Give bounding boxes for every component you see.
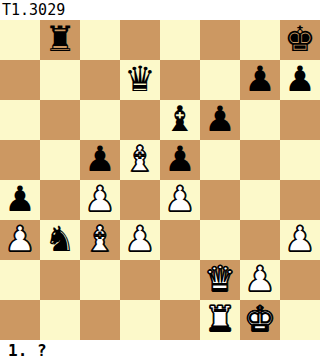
square-e4[interactable]: ♟: [160, 180, 200, 220]
square-f2[interactable]: ♛: [200, 260, 240, 300]
square-e3[interactable]: [160, 220, 200, 260]
square-d8[interactable]: [120, 20, 160, 60]
square-a7[interactable]: [0, 60, 40, 100]
square-g4[interactable]: [240, 180, 280, 220]
black-knight: ♞: [44, 219, 75, 259]
square-b7[interactable]: [40, 60, 80, 100]
move-prompt: 1. ?: [0, 340, 320, 360]
square-a8[interactable]: [0, 20, 40, 60]
black-queen: ♛: [124, 59, 155, 99]
square-a4[interactable]: ♟: [0, 180, 40, 220]
square-h8[interactable]: ♚: [280, 20, 320, 60]
square-b4[interactable]: [40, 180, 80, 220]
square-e7[interactable]: [160, 60, 200, 100]
square-f3[interactable]: [200, 220, 240, 260]
square-f1[interactable]: ♜: [200, 300, 240, 340]
square-e2[interactable]: [160, 260, 200, 300]
black-bishop: ♝: [164, 99, 195, 139]
square-d2[interactable]: [120, 260, 160, 300]
white-pawn: ♟: [284, 219, 315, 259]
puzzle-page: T1.3029 ♜♚♛♟♟♝♟♟♝♟♟♟♟♟♞♝♟♟♛♟♜♚ 1. ?: [0, 0, 320, 360]
square-h6[interactable]: [280, 100, 320, 140]
square-g7[interactable]: ♟: [240, 60, 280, 100]
square-c6[interactable]: [80, 100, 120, 140]
square-c1[interactable]: [80, 300, 120, 340]
square-d3[interactable]: ♟: [120, 220, 160, 260]
white-pawn: ♟: [124, 219, 155, 259]
square-g6[interactable]: [240, 100, 280, 140]
square-e8[interactable]: [160, 20, 200, 60]
square-h5[interactable]: [280, 140, 320, 180]
square-f8[interactable]: [200, 20, 240, 60]
square-c8[interactable]: [80, 20, 120, 60]
square-d7[interactable]: ♛: [120, 60, 160, 100]
square-f4[interactable]: [200, 180, 240, 220]
square-d1[interactable]: [120, 300, 160, 340]
square-h2[interactable]: [280, 260, 320, 300]
square-b2[interactable]: [40, 260, 80, 300]
square-h1[interactable]: [280, 300, 320, 340]
square-f6[interactable]: ♟: [200, 100, 240, 140]
black-pawn: ♟: [204, 99, 235, 139]
black-pawn: ♟: [284, 59, 315, 99]
white-rook: ♜: [204, 299, 235, 339]
square-f7[interactable]: [200, 60, 240, 100]
square-c5[interactable]: ♟: [80, 140, 120, 180]
puzzle-id: T1.3029: [0, 0, 320, 20]
square-g1[interactable]: ♚: [240, 300, 280, 340]
square-g5[interactable]: [240, 140, 280, 180]
black-pawn: ♟: [84, 139, 115, 179]
square-e1[interactable]: [160, 300, 200, 340]
square-b3[interactable]: ♞: [40, 220, 80, 260]
square-h3[interactable]: ♟: [280, 220, 320, 260]
square-b6[interactable]: [40, 100, 80, 140]
square-c7[interactable]: [80, 60, 120, 100]
black-pawn: ♟: [244, 59, 275, 99]
square-a2[interactable]: [0, 260, 40, 300]
square-c2[interactable]: [80, 260, 120, 300]
white-bishop: ♝: [84, 219, 115, 259]
square-e6[interactable]: ♝: [160, 100, 200, 140]
square-c4[interactable]: ♟: [80, 180, 120, 220]
square-a6[interactable]: [0, 100, 40, 140]
square-d6[interactable]: [120, 100, 160, 140]
square-d5[interactable]: ♝: [120, 140, 160, 180]
black-pawn: ♟: [4, 179, 35, 219]
square-g3[interactable]: [240, 220, 280, 260]
square-h7[interactable]: ♟: [280, 60, 320, 100]
black-pawn: ♟: [164, 139, 195, 179]
square-a5[interactable]: [0, 140, 40, 180]
square-a3[interactable]: ♟: [0, 220, 40, 260]
square-c3[interactable]: ♝: [80, 220, 120, 260]
black-king: ♚: [284, 19, 315, 59]
square-e5[interactable]: ♟: [160, 140, 200, 180]
white-queen: ♛: [204, 259, 235, 299]
square-h4[interactable]: [280, 180, 320, 220]
white-king: ♚: [244, 299, 275, 339]
white-pawn: ♟: [164, 179, 195, 219]
white-pawn: ♟: [84, 179, 115, 219]
white-bishop: ♝: [124, 139, 155, 179]
square-d4[interactable]: [120, 180, 160, 220]
square-g2[interactable]: ♟: [240, 260, 280, 300]
square-b5[interactable]: [40, 140, 80, 180]
square-a1[interactable]: [0, 300, 40, 340]
white-pawn: ♟: [244, 259, 275, 299]
square-b8[interactable]: ♜: [40, 20, 80, 60]
white-pawn: ♟: [4, 219, 35, 259]
square-b1[interactable]: [40, 300, 80, 340]
black-rook: ♜: [44, 19, 75, 59]
square-g8[interactable]: [240, 20, 280, 60]
chess-board: ♜♚♛♟♟♝♟♟♝♟♟♟♟♟♞♝♟♟♛♟♜♚: [0, 20, 320, 340]
square-f5[interactable]: [200, 140, 240, 180]
